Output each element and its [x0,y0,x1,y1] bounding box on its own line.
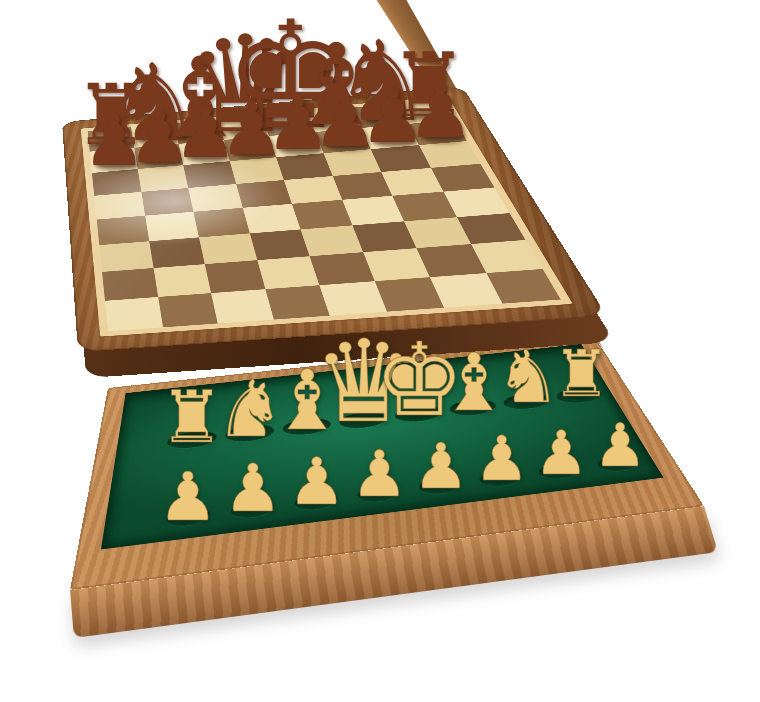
piece-white-pawn-pawnslot5: ♟ [413,436,469,499]
pieces-layer: ♜♞♝♛♚♝♞♜♟♟♟♟♟♟♟♟♜♞♝♛♚♝♞♜♟♟♟♟♟♟♟♟ [0,0,760,702]
piece-white-pawn-pawnslot1: ♟ [158,464,218,531]
piece-white-rook-slot8: ♜ [552,343,610,408]
piece-white-pawn-pawnslot4: ♟ [351,443,408,507]
piece-black-pawn-h7: ♟ [407,75,474,150]
chess-set-photo: ♜♞♝♛♚♝♞♜♟♟♟♟♟♟♟♟♜♞♝♛♚♝♞♜♟♟♟♟♟♟♟♟ [0,0,760,702]
piece-white-pawn-pawnslot2: ♟ [223,457,282,523]
piece-white-pawn-pawnslot8: ♟ [593,416,647,476]
piece-white-pawn-pawnslot3: ♟ [288,449,346,514]
piece-white-pawn-pawnslot7: ♟ [534,422,589,483]
piece-white-knight-slot7: ♞ [495,342,560,415]
piece-white-pawn-pawnslot6: ♟ [474,429,529,491]
